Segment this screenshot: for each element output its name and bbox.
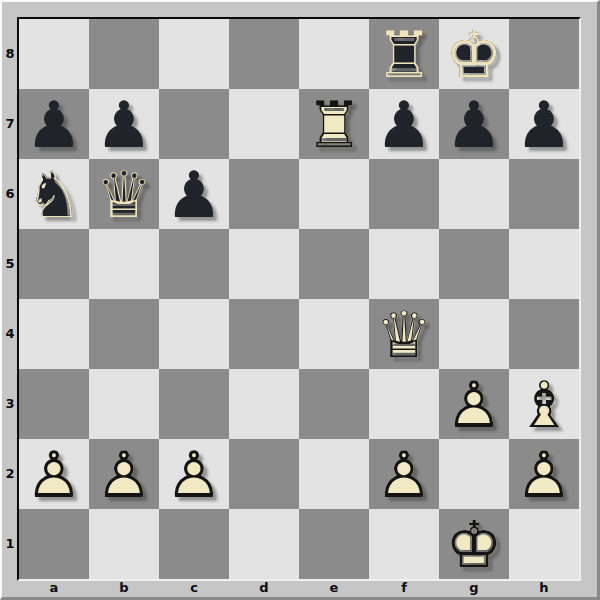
- piece-white-pawn: ♟: [89, 439, 159, 509]
- square-a8[interactable]: [19, 19, 89, 89]
- piece-black-rook-outline: ♖: [369, 19, 439, 89]
- square-d6[interactable]: [229, 159, 299, 229]
- file-label-f: f: [369, 579, 439, 596]
- piece-black-knight-outline: ♘: [19, 159, 89, 229]
- square-c7[interactable]: [159, 89, 229, 159]
- square-f3[interactable]: [369, 369, 439, 439]
- square-b6[interactable]: ♛♕: [89, 159, 159, 229]
- square-e2[interactable]: [299, 439, 369, 509]
- square-f4[interactable]: ♛♕: [369, 299, 439, 369]
- rank-label-4: 4: [3, 299, 17, 369]
- square-d5[interactable]: [229, 229, 299, 299]
- square-h7[interactable]: ♟: [509, 89, 579, 159]
- square-f8[interactable]: ♜♖: [369, 19, 439, 89]
- square-g4[interactable]: [439, 299, 509, 369]
- square-h8[interactable]: [509, 19, 579, 89]
- file-label-a: a: [19, 579, 89, 596]
- piece-white-rook: ♜: [299, 89, 369, 159]
- square-b2[interactable]: ♟♙: [89, 439, 159, 509]
- square-g5[interactable]: [439, 229, 509, 299]
- square-h2[interactable]: ♟♙: [509, 439, 579, 509]
- rank-label-2: 2: [3, 439, 17, 509]
- square-h3[interactable]: ♝♗: [509, 369, 579, 439]
- square-a4[interactable]: [19, 299, 89, 369]
- file-label-d: d: [229, 579, 299, 596]
- square-b8[interactable]: [89, 19, 159, 89]
- square-h4[interactable]: [509, 299, 579, 369]
- piece-white-pawn: ♟: [159, 439, 229, 509]
- piece-white-pawn-outline: ♙: [89, 439, 159, 509]
- square-f7[interactable]: ♟: [369, 89, 439, 159]
- piece-black-king-outline: ♔: [439, 19, 509, 89]
- piece-white-queen-outline: ♕: [369, 299, 439, 369]
- square-b7[interactable]: ♟: [89, 89, 159, 159]
- square-b1[interactable]: [89, 509, 159, 579]
- square-g2[interactable]: [439, 439, 509, 509]
- square-a1[interactable]: [19, 509, 89, 579]
- square-g7[interactable]: ♟: [439, 89, 509, 159]
- square-c1[interactable]: [159, 509, 229, 579]
- file-label-h: h: [509, 579, 579, 596]
- rank-label-7: 7: [3, 89, 17, 159]
- square-g6[interactable]: [439, 159, 509, 229]
- square-g1[interactable]: ♚♔: [439, 509, 509, 579]
- rank-label-1: 1: [3, 509, 17, 579]
- piece-white-rook-outline: ♖: [299, 89, 369, 159]
- square-d7[interactable]: [229, 89, 299, 159]
- piece-white-bishop-outline: ♗: [509, 369, 579, 439]
- piece-white-pawn-outline: ♙: [19, 439, 89, 509]
- piece-black-king: ♚: [439, 19, 509, 89]
- rank-label-6: 6: [3, 159, 17, 229]
- square-d4[interactable]: [229, 299, 299, 369]
- square-a2[interactable]: ♟♙: [19, 439, 89, 509]
- board-frame: ♜♖♚♔♟♟♜♖♟♟♟♞♘♛♕♟♛♕♟♙♝♗♟♙♟♙♟♙♟♙♟♙♚♔: [17, 17, 581, 581]
- rank-label-8: 8: [3, 19, 17, 89]
- square-f5[interactable]: [369, 229, 439, 299]
- square-d1[interactable]: [229, 509, 299, 579]
- square-e1[interactable]: [299, 509, 369, 579]
- rank-label-3: 3: [3, 369, 17, 439]
- square-e5[interactable]: [299, 229, 369, 299]
- square-h1[interactable]: [509, 509, 579, 579]
- square-f1[interactable]: [369, 509, 439, 579]
- piece-white-king: ♚: [439, 509, 509, 579]
- piece-white-pawn-outline: ♙: [439, 369, 509, 439]
- file-label-e: e: [299, 579, 369, 596]
- piece-white-queen: ♛: [369, 299, 439, 369]
- piece-black-pawn: ♟: [439, 89, 509, 159]
- square-c3[interactable]: [159, 369, 229, 439]
- piece-black-queen: ♛: [89, 159, 159, 229]
- square-c6[interactable]: ♟: [159, 159, 229, 229]
- piece-black-rook: ♜: [369, 19, 439, 89]
- square-b5[interactable]: [89, 229, 159, 299]
- square-e8[interactable]: [299, 19, 369, 89]
- piece-black-pawn: ♟: [89, 89, 159, 159]
- square-a6[interactable]: ♞♘: [19, 159, 89, 229]
- square-e4[interactable]: [299, 299, 369, 369]
- square-f6[interactable]: [369, 159, 439, 229]
- square-a5[interactable]: [19, 229, 89, 299]
- piece-black-pawn: ♟: [369, 89, 439, 159]
- piece-black-pawn: ♟: [509, 89, 579, 159]
- file-label-b: b: [89, 579, 159, 596]
- piece-black-knight: ♞: [19, 159, 89, 229]
- rank-label-5: 5: [3, 229, 17, 299]
- piece-white-bishop: ♝: [509, 369, 579, 439]
- piece-black-pawn: ♟: [159, 159, 229, 229]
- square-f2[interactable]: ♟♙: [369, 439, 439, 509]
- piece-white-pawn-outline: ♙: [509, 439, 579, 509]
- square-d2[interactable]: [229, 439, 299, 509]
- square-g8[interactable]: ♚♔: [439, 19, 509, 89]
- square-e6[interactable]: [299, 159, 369, 229]
- square-e7[interactable]: ♜♖: [299, 89, 369, 159]
- piece-black-pawn: ♟: [19, 89, 89, 159]
- piece-white-pawn: ♟: [509, 439, 579, 509]
- square-d3[interactable]: [229, 369, 299, 439]
- square-a7[interactable]: ♟: [19, 89, 89, 159]
- square-b3[interactable]: [89, 369, 159, 439]
- chess-diagram: 87654321 ♜♖♚♔♟♟♜♖♟♟♟♞♘♛♕♟♛♕♟♙♝♗♟♙♟♙♟♙♟♙♟…: [0, 0, 600, 600]
- square-c5[interactable]: [159, 229, 229, 299]
- piece-white-pawn: ♟: [19, 439, 89, 509]
- piece-white-pawn-outline: ♙: [159, 439, 229, 509]
- piece-white-pawn-outline: ♙: [369, 439, 439, 509]
- square-h6[interactable]: [509, 159, 579, 229]
- square-c2[interactable]: ♟♙: [159, 439, 229, 509]
- square-h5[interactable]: [509, 229, 579, 299]
- square-b4[interactable]: [89, 299, 159, 369]
- file-label-c: c: [159, 579, 229, 596]
- piece-white-pawn: ♟: [439, 369, 509, 439]
- square-c4[interactable]: [159, 299, 229, 369]
- square-d8[interactable]: [229, 19, 299, 89]
- square-c8[interactable]: [159, 19, 229, 89]
- square-a3[interactable]: [19, 369, 89, 439]
- file-label-g: g: [439, 579, 509, 596]
- board-grid: ♜♖♚♔♟♟♜♖♟♟♟♞♘♛♕♟♛♕♟♙♝♗♟♙♟♙♟♙♟♙♟♙♚♔: [19, 19, 579, 579]
- square-e3[interactable]: [299, 369, 369, 439]
- piece-white-king-outline: ♔: [439, 509, 509, 579]
- piece-black-queen-outline: ♕: [89, 159, 159, 229]
- piece-white-pawn: ♟: [369, 439, 439, 509]
- square-g3[interactable]: ♟♙: [439, 369, 509, 439]
